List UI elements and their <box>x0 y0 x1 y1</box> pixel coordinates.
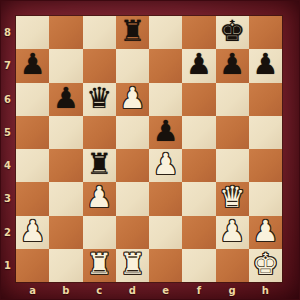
square-b7[interactable] <box>49 49 82 82</box>
square-g7[interactable]: ♟ <box>216 49 249 82</box>
piece-black-pawn[interactable]: ♟ <box>219 49 245 81</box>
piece-black-pawn[interactable]: ♟ <box>153 116 179 148</box>
square-d5[interactable] <box>116 116 149 149</box>
file-label-h: h <box>249 282 282 299</box>
piece-white-pawn[interactable]: ♟ <box>119 83 145 115</box>
square-b1[interactable] <box>49 249 82 282</box>
piece-white-king[interactable]: ♚ <box>252 249 278 281</box>
piece-white-rook[interactable]: ♜ <box>119 249 145 281</box>
square-d8[interactable]: ♜ <box>116 16 149 49</box>
square-e2[interactable] <box>149 216 182 249</box>
square-b6[interactable]: ♟ <box>49 83 82 116</box>
square-e3[interactable] <box>149 182 182 215</box>
square-h4[interactable] <box>249 149 282 182</box>
square-c8[interactable] <box>83 16 116 49</box>
square-e6[interactable] <box>149 83 182 116</box>
square-a3[interactable] <box>16 182 49 215</box>
square-f3[interactable] <box>182 182 215 215</box>
piece-white-pawn[interactable]: ♟ <box>219 216 245 248</box>
square-g1[interactable] <box>216 249 249 282</box>
square-f4[interactable] <box>182 149 215 182</box>
file-label-f: f <box>182 282 215 299</box>
rank-label-7: 7 <box>0 49 15 82</box>
square-a1[interactable] <box>16 249 49 282</box>
piece-white-rook[interactable]: ♜ <box>86 249 112 281</box>
piece-white-pawn[interactable]: ♟ <box>20 216 46 248</box>
square-e8[interactable] <box>149 16 182 49</box>
square-h7[interactable]: ♟ <box>249 49 282 82</box>
piece-black-pawn[interactable]: ♟ <box>20 49 46 81</box>
square-h8[interactable] <box>249 16 282 49</box>
square-a8[interactable] <box>16 16 49 49</box>
square-f7[interactable]: ♟ <box>182 49 215 82</box>
square-c7[interactable] <box>83 49 116 82</box>
rank-label-1: 1 <box>0 249 15 282</box>
square-e1[interactable] <box>149 249 182 282</box>
square-e4[interactable]: ♟ <box>149 149 182 182</box>
chess-diagram: 87654321 ♜♚♟♟♟♟♟♛♟♟♜♟♟♛♟♟♟♜♜♚ abcdefgh <box>0 0 300 300</box>
file-label-c: c <box>83 282 116 299</box>
file-label-b: b <box>49 282 82 299</box>
rank-label-5: 5 <box>0 116 15 149</box>
square-h3[interactable] <box>249 182 282 215</box>
square-a7[interactable]: ♟ <box>16 49 49 82</box>
square-d2[interactable] <box>116 216 149 249</box>
file-label-e: e <box>149 282 182 299</box>
square-g2[interactable]: ♟ <box>216 216 249 249</box>
piece-black-king[interactable]: ♚ <box>219 16 245 48</box>
piece-black-pawn[interactable]: ♟ <box>252 49 278 81</box>
square-c1[interactable]: ♜ <box>83 249 116 282</box>
square-a5[interactable] <box>16 116 49 149</box>
square-h1[interactable]: ♚ <box>249 249 282 282</box>
square-b3[interactable] <box>49 182 82 215</box>
chess-board: ♜♚♟♟♟♟♟♛♟♟♜♟♟♛♟♟♟♜♜♚ <box>16 16 282 282</box>
square-c2[interactable] <box>83 216 116 249</box>
square-c4[interactable]: ♜ <box>83 149 116 182</box>
square-b8[interactable] <box>49 16 82 49</box>
rank-label-6: 6 <box>0 83 15 116</box>
square-g8[interactable]: ♚ <box>216 16 249 49</box>
square-d6[interactable]: ♟ <box>116 83 149 116</box>
square-b4[interactable] <box>49 149 82 182</box>
square-d3[interactable] <box>116 182 149 215</box>
square-h6[interactable] <box>249 83 282 116</box>
file-label-a: a <box>16 282 49 299</box>
square-f8[interactable] <box>182 16 215 49</box>
file-label-g: g <box>216 282 249 299</box>
rank-label-2: 2 <box>0 216 15 249</box>
file-label-d: d <box>116 282 149 299</box>
square-b5[interactable] <box>49 116 82 149</box>
square-d4[interactable] <box>116 149 149 182</box>
square-f2[interactable] <box>182 216 215 249</box>
square-h2[interactable]: ♟ <box>249 216 282 249</box>
square-g3[interactable]: ♛ <box>216 182 249 215</box>
piece-white-pawn[interactable]: ♟ <box>252 216 278 248</box>
square-f1[interactable] <box>182 249 215 282</box>
square-d1[interactable]: ♜ <box>116 249 149 282</box>
piece-black-rook[interactable]: ♜ <box>86 149 112 181</box>
square-f5[interactable] <box>182 116 215 149</box>
file-labels: abcdefgh <box>16 282 282 300</box>
square-a6[interactable] <box>16 83 49 116</box>
piece-black-pawn[interactable]: ♟ <box>53 83 79 115</box>
piece-black-rook[interactable]: ♜ <box>119 16 145 48</box>
piece-black-queen[interactable]: ♛ <box>86 83 112 115</box>
square-g4[interactable] <box>216 149 249 182</box>
piece-white-pawn[interactable]: ♟ <box>153 149 179 181</box>
square-a2[interactable]: ♟ <box>16 216 49 249</box>
square-e7[interactable] <box>149 49 182 82</box>
piece-white-queen[interactable]: ♛ <box>219 182 245 214</box>
square-c5[interactable] <box>83 116 116 149</box>
square-c6[interactable]: ♛ <box>83 83 116 116</box>
square-h5[interactable] <box>249 116 282 149</box>
rank-labels: 87654321 <box>0 16 16 282</box>
square-a4[interactable] <box>16 149 49 182</box>
square-e5[interactable]: ♟ <box>149 116 182 149</box>
rank-label-3: 3 <box>0 182 15 215</box>
square-g6[interactable] <box>216 83 249 116</box>
piece-white-pawn[interactable]: ♟ <box>86 182 112 214</box>
rank-label-8: 8 <box>0 16 15 49</box>
piece-black-pawn[interactable]: ♟ <box>186 49 212 81</box>
square-b2[interactable] <box>49 216 82 249</box>
square-g5[interactable] <box>216 116 249 149</box>
square-d7[interactable] <box>116 49 149 82</box>
square-f6[interactable] <box>182 83 215 116</box>
square-c3[interactable]: ♟ <box>83 182 116 215</box>
rank-label-4: 4 <box>0 149 15 182</box>
